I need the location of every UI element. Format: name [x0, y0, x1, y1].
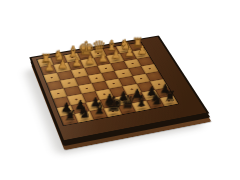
chessboard-photo: ♜♞♝♚♛♝♞♜♟♟♟♟♟♟♟♟♟♟♟♟♟♟♟♟♜♞♝♚♛♝♞♜	[0, 0, 240, 180]
piece-black-rook-h8: ♜	[59, 105, 82, 122]
